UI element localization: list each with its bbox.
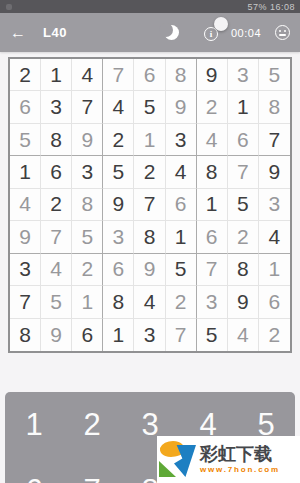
cell-r3c3[interactable]: 9: [72, 124, 103, 156]
back-arrow-icon[interactable]: ←: [10, 25, 26, 41]
cell-r8c4[interactable]: 8: [103, 286, 134, 318]
cell-r2c4[interactable]: 4: [103, 91, 134, 123]
cell-r1c6[interactable]: 8: [166, 59, 197, 91]
cell-r2c7[interactable]: 2: [197, 91, 228, 123]
cell-r4c3[interactable]: 3: [72, 156, 103, 188]
cell-r9c8[interactable]: 4: [228, 319, 259, 351]
cell-r1c8[interactable]: 3: [228, 59, 259, 91]
cell-r5c7[interactable]: 1: [197, 189, 228, 221]
cell-r8c7[interactable]: 3: [197, 286, 228, 318]
cell-r4c1[interactable]: 1: [10, 156, 41, 188]
cell-r2c2[interactable]: 3: [41, 91, 72, 123]
cell-r3c9[interactable]: 7: [259, 124, 290, 156]
cell-r6c6[interactable]: 1: [166, 221, 197, 253]
cell-r6c8[interactable]: 2: [228, 221, 259, 253]
night-mode-moon-icon[interactable]: [164, 25, 179, 40]
sudoku-board: 2147689356374592185892134671635248794289…: [8, 57, 292, 353]
cell-r3c2[interactable]: 8: [41, 124, 72, 156]
cell-r6c7[interactable]: 6: [197, 221, 228, 253]
watermark-title: 彩虹下载: [200, 445, 280, 465]
cell-r9c6[interactable]: 7: [166, 319, 197, 351]
cell-r5c8[interactable]: 5: [228, 189, 259, 221]
toggle-knob-icon[interactable]: [214, 17, 228, 31]
key-2[interactable]: 2: [63, 392, 121, 458]
cell-r4c6[interactable]: 4: [166, 156, 197, 188]
watermark-url: www.7hon.com: [200, 465, 280, 474]
cell-r5c3[interactable]: 8: [72, 189, 103, 221]
cell-r9c7[interactable]: 5: [197, 319, 228, 351]
cell-r6c3[interactable]: 5: [72, 221, 103, 253]
cell-r7c2[interactable]: 4: [41, 254, 72, 286]
cell-r9c9[interactable]: 2: [259, 319, 290, 351]
cell-r7c3[interactable]: 2: [72, 254, 103, 286]
toolbar: ← L40 00:04: [0, 13, 300, 52]
logo-green-shape: [159, 461, 176, 477]
cell-r1c4[interactable]: 7: [103, 59, 134, 91]
cell-r6c4[interactable]: 3: [103, 221, 134, 253]
cell-r5c6[interactable]: 6: [166, 189, 197, 221]
cell-r1c7[interactable]: 9: [197, 59, 228, 91]
cell-r7c7[interactable]: 7: [197, 254, 228, 286]
page-title: L40: [43, 25, 67, 40]
watermark-text: 彩虹下载 www.7hon.com: [200, 445, 280, 475]
cell-r3c8[interactable]: 6: [228, 124, 259, 156]
cell-r5c9[interactable]: 3: [259, 189, 290, 221]
cell-r8c3[interactable]: 1: [72, 286, 103, 318]
cell-r6c9[interactable]: 4: [259, 221, 290, 253]
cell-r4c2[interactable]: 6: [41, 156, 72, 188]
cell-r3c5[interactable]: 1: [134, 124, 165, 156]
cell-r7c9[interactable]: 1: [259, 254, 290, 286]
cell-r8c9[interactable]: 6: [259, 286, 290, 318]
cell-r6c1[interactable]: 9: [10, 221, 41, 253]
cell-r8c2[interactable]: 5: [41, 286, 72, 318]
cell-r4c8[interactable]: 7: [228, 156, 259, 188]
cell-r9c5[interactable]: 3: [134, 319, 165, 351]
cell-r7c5[interactable]: 9: [134, 254, 165, 286]
cell-r1c3[interactable]: 4: [72, 59, 103, 91]
cell-r2c3[interactable]: 7: [72, 91, 103, 123]
battery-time-text: 57% 16:08: [247, 2, 295, 12]
cell-r4c7[interactable]: 8: [197, 156, 228, 188]
cell-r5c1[interactable]: 4: [10, 189, 41, 221]
status-bar: 57% 16:08: [0, 0, 300, 13]
timer-text: 00:04: [231, 27, 261, 39]
cell-r1c1[interactable]: 2: [10, 59, 41, 91]
cell-r9c3[interactable]: 6: [72, 319, 103, 351]
app-screen: 57% 16:08 ← L40 00:04 214768935637459218…: [0, 0, 300, 483]
cell-r4c5[interactable]: 2: [134, 156, 165, 188]
watermark: 彩虹下载 www.7hon.com: [157, 436, 300, 483]
cell-r3c1[interactable]: 5: [10, 124, 41, 156]
cell-r1c5[interactable]: 6: [134, 59, 165, 91]
cell-r8c8[interactable]: 9: [228, 286, 259, 318]
cell-r2c9[interactable]: 8: [259, 91, 290, 123]
info-icon-group[interactable]: [204, 25, 219, 40]
cell-r9c1[interactable]: 8: [10, 319, 41, 351]
cell-r4c9[interactable]: 9: [259, 156, 290, 188]
cell-r9c2[interactable]: 9: [41, 319, 72, 351]
cell-r8c6[interactable]: 2: [166, 286, 197, 318]
cell-r6c2[interactable]: 7: [41, 221, 72, 253]
cell-r3c4[interactable]: 2: [103, 124, 134, 156]
cell-r8c5[interactable]: 4: [134, 286, 165, 318]
cell-r2c5[interactable]: 5: [134, 91, 165, 123]
cell-r1c9[interactable]: 5: [259, 59, 290, 91]
cell-r2c8[interactable]: 1: [228, 91, 259, 123]
cell-r5c2[interactable]: 2: [41, 189, 72, 221]
cell-r9c4[interactable]: 1: [103, 319, 134, 351]
cell-r7c1[interactable]: 3: [10, 254, 41, 286]
key-1[interactable]: 1: [5, 392, 63, 458]
cell-r7c6[interactable]: 5: [166, 254, 197, 286]
cell-r1c2[interactable]: 1: [41, 59, 72, 91]
cell-r3c6[interactable]: 3: [166, 124, 197, 156]
notification-icon: [6, 4, 12, 10]
cell-r2c1[interactable]: 6: [10, 91, 41, 123]
cell-r8c1[interactable]: 7: [10, 286, 41, 318]
cell-r5c5[interactable]: 7: [134, 189, 165, 221]
cell-r7c4[interactable]: 6: [103, 254, 134, 286]
key-7[interactable]: 7: [63, 458, 121, 483]
cell-r7c8[interactable]: 8: [228, 254, 259, 286]
key-6[interactable]: 6: [5, 458, 63, 483]
cell-r4c4[interactable]: 5: [103, 156, 134, 188]
smiley-icon[interactable]: [275, 25, 290, 40]
cell-r3c7[interactable]: 4: [197, 124, 228, 156]
cell-r5c4[interactable]: 9: [103, 189, 134, 221]
cell-r6c5[interactable]: 8: [134, 221, 165, 253]
cell-r2c6[interactable]: 9: [166, 91, 197, 123]
watermark-logo-icon: [157, 438, 198, 481]
